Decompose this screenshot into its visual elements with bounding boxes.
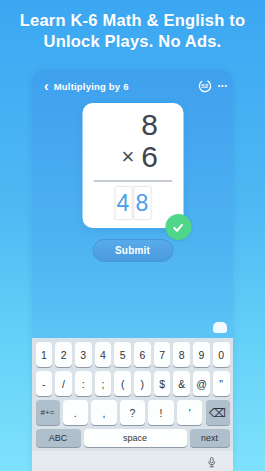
key-4[interactable]: 4 — [95, 342, 112, 367]
marketing-headline: Learn K-6 Math & English to Unlock Plays… — [0, 10, 265, 52]
key-dollar[interactable]: $ — [154, 371, 171, 396]
phone-screen: ‹ Multiplying by 6 52 ••• 8 × 6 — [32, 70, 233, 471]
key-7[interactable]: 7 — [154, 342, 171, 367]
key-0[interactable]: 0 — [213, 342, 230, 367]
key-quote[interactable]: " — [213, 371, 230, 396]
more-menu-icon[interactable]: ••• — [218, 81, 228, 91]
key-5[interactable]: 5 — [114, 342, 131, 367]
key-paren-right[interactable]: ) — [134, 371, 151, 396]
keyboard-bottom-bar — [32, 451, 233, 471]
operator-row: × 6 — [82, 141, 158, 172]
key-apostrophe[interactable]: ' — [177, 400, 203, 425]
back-chevron-icon[interactable]: ‹ — [44, 79, 49, 93]
key-slash[interactable]: / — [55, 371, 72, 396]
timer-value: 52 — [198, 79, 212, 93]
app-store-screenshot: Learn K-6 Math & English to Unlock Plays… — [0, 0, 265, 471]
key-1[interactable]: 1 — [36, 342, 53, 367]
key-semicolon[interactable]: ; — [95, 371, 112, 396]
next-key[interactable]: next — [190, 429, 230, 447]
checkmark-icon — [171, 220, 186, 235]
submit-button[interactable]: Submit — [92, 239, 173, 262]
backspace-key[interactable]: ⌫ — [206, 400, 230, 425]
flashcard: 8 × 6 4 8 — [82, 103, 183, 228]
timer-progress-ring: 52 — [198, 79, 212, 93]
operand-top: 8 — [82, 108, 158, 141]
keyboard: 1234567890 -/:;()$&@" #+= .,?!' ⌫ ABC sp… — [32, 338, 233, 471]
nav-bar: ‹ Multiplying by 6 52 ••• — [32, 77, 233, 95]
key-exclamation[interactable]: ! — [148, 400, 174, 425]
key-question[interactable]: ? — [120, 400, 146, 425]
key-hyphen[interactable]: - — [36, 371, 53, 396]
key-3[interactable]: 3 — [75, 342, 92, 367]
keyboard-row-punct-middle: .,?!' — [61, 400, 204, 425]
dictation-mic-icon[interactable] — [205, 455, 218, 470]
answer-boxes: 4 8 — [82, 186, 183, 220]
equals-line — [93, 180, 172, 182]
abc-key[interactable]: ABC — [36, 429, 81, 447]
key-ampersand[interactable]: & — [173, 371, 190, 396]
keyboard-row-punct: #+= .,?!' ⌫ — [34, 400, 231, 425]
headline-line2: Unlock Plays. No Ads. — [0, 31, 265, 52]
correct-check-badge — [165, 214, 191, 240]
nav-right: 52 ••• — [198, 79, 228, 93]
keyboard-row-symbols: -/:;()$&@" — [34, 371, 231, 396]
lesson-title: Multiplying by 6 — [54, 81, 129, 92]
symbols-shift-key[interactable]: #+= — [36, 400, 60, 425]
keyboard-row-digits: 1234567890 — [34, 342, 231, 367]
answer-digit-box-1[interactable]: 4 — [114, 186, 132, 220]
space-key[interactable]: space — [84, 429, 187, 447]
key-colon[interactable]: : — [75, 371, 92, 396]
key-paren-left[interactable]: ( — [114, 371, 131, 396]
multiply-operator: × — [121, 141, 134, 172]
key-2[interactable]: 2 — [55, 342, 72, 367]
key-6[interactable]: 6 — [134, 342, 151, 367]
key-period[interactable]: . — [63, 400, 89, 425]
dismiss-keyboard-icon[interactable] — [213, 322, 227, 333]
headline-line1: Learn K-6 Math & English to — [0, 10, 265, 31]
answer-digit-box-2[interactable]: 8 — [133, 186, 151, 220]
key-comma[interactable]: , — [91, 400, 117, 425]
nav-left: ‹ Multiplying by 6 — [44, 79, 129, 93]
keyboard-row-bottom: ABC space next — [34, 429, 231, 447]
key-9[interactable]: 9 — [193, 342, 210, 367]
operand-bottom: 6 — [141, 141, 158, 172]
key-8[interactable]: 8 — [173, 342, 190, 367]
key-at[interactable]: @ — [193, 371, 210, 396]
problem: 8 × 6 — [82, 103, 183, 172]
